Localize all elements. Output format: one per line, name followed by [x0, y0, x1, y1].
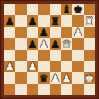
- square-a1[interactable]: [4, 84, 15, 95]
- white-rook: ♜: [85, 15, 94, 25]
- square-h6[interactable]: [84, 27, 95, 38]
- square-e2[interactable]: ♟: [50, 72, 61, 83]
- square-e4[interactable]: [50, 50, 61, 61]
- square-b8[interactable]: [15, 4, 26, 15]
- square-d5[interactable]: ♟: [38, 38, 49, 49]
- square-g7[interactable]: [72, 15, 83, 26]
- square-c2[interactable]: [27, 72, 38, 83]
- square-g2[interactable]: [72, 72, 83, 83]
- square-b3[interactable]: [15, 61, 26, 72]
- square-b7[interactable]: [15, 15, 26, 26]
- square-h1[interactable]: [84, 84, 95, 95]
- square-e1[interactable]: [50, 84, 61, 95]
- square-b1[interactable]: [15, 84, 26, 95]
- black-bishop: ♝: [62, 4, 71, 14]
- square-h8[interactable]: [84, 4, 95, 15]
- square-a5[interactable]: [4, 38, 15, 49]
- square-e3[interactable]: [50, 61, 61, 72]
- chess-board: ♝♚♟♟♜♜♟♟♟♟♟♛♟♟♛♟♟♚: [4, 4, 95, 95]
- square-g6[interactable]: ♟: [72, 27, 83, 38]
- square-f6[interactable]: [61, 27, 72, 38]
- white-pawn: ♟: [62, 72, 71, 82]
- square-d1[interactable]: [38, 84, 49, 95]
- square-f7[interactable]: [61, 15, 72, 26]
- square-g8[interactable]: ♚: [72, 4, 83, 15]
- square-a7[interactable]: ♟: [4, 15, 15, 26]
- black-pawn: ♟: [39, 27, 48, 37]
- square-h5[interactable]: [84, 38, 95, 49]
- square-c4[interactable]: [27, 50, 38, 61]
- white-king: ♚: [85, 72, 94, 82]
- square-h3[interactable]: [84, 61, 95, 72]
- square-c8[interactable]: [27, 4, 38, 15]
- square-b6[interactable]: [15, 27, 26, 38]
- square-h2[interactable]: ♚: [84, 72, 95, 83]
- square-c7[interactable]: ♟: [27, 15, 38, 26]
- square-e6[interactable]: [50, 27, 61, 38]
- square-e8[interactable]: [50, 4, 61, 15]
- square-g1[interactable]: [72, 84, 83, 95]
- square-a2[interactable]: [4, 72, 15, 83]
- black-pawn: ♟: [28, 38, 37, 48]
- square-c1[interactable]: [27, 84, 38, 95]
- white-pawn: ♟: [73, 27, 82, 37]
- black-queen: ♛: [39, 72, 48, 82]
- square-d6[interactable]: ♟: [38, 27, 49, 38]
- square-g3[interactable]: [72, 61, 83, 72]
- square-f2[interactable]: ♟: [61, 72, 72, 83]
- square-d4[interactable]: [38, 50, 49, 61]
- square-d2[interactable]: ♛: [38, 72, 49, 83]
- white-pawn: ♟: [39, 38, 48, 48]
- square-c5[interactable]: ♟: [27, 38, 38, 49]
- square-f1[interactable]: [61, 84, 72, 95]
- square-b4[interactable]: [15, 50, 26, 61]
- square-f5[interactable]: ♛: [61, 38, 72, 49]
- square-f8[interactable]: ♝: [61, 4, 72, 15]
- square-h7[interactable]: ♜: [84, 15, 95, 26]
- square-d7[interactable]: [38, 15, 49, 26]
- square-d3[interactable]: [38, 61, 49, 72]
- white-pawn: ♟: [28, 61, 37, 71]
- white-queen: ♛: [62, 38, 71, 48]
- chess-diagram: ♝♚♟♟♜♜♟♟♟♟♟♛♟♟♛♟♟♚: [0, 0, 99, 99]
- square-b2[interactable]: [15, 72, 26, 83]
- square-e7[interactable]: ♜: [50, 15, 61, 26]
- square-a4[interactable]: [4, 50, 15, 61]
- square-d8[interactable]: [38, 4, 49, 15]
- square-a8[interactable]: [4, 4, 15, 15]
- square-g5[interactable]: [72, 38, 83, 49]
- square-g4[interactable]: [72, 50, 83, 61]
- square-f3[interactable]: [61, 61, 72, 72]
- square-f4[interactable]: [61, 50, 72, 61]
- black-pawn: ♟: [50, 38, 59, 48]
- square-b5[interactable]: [15, 38, 26, 49]
- square-a6[interactable]: [4, 27, 15, 38]
- square-e5[interactable]: ♟: [50, 38, 61, 49]
- black-pawn: ♟: [28, 15, 37, 25]
- black-king: ♚: [73, 4, 82, 14]
- square-a3[interactable]: ♟: [4, 61, 15, 72]
- white-pawn: ♟: [50, 72, 59, 82]
- square-c6[interactable]: [27, 27, 38, 38]
- black-rook: ♜: [50, 15, 59, 25]
- square-c3[interactable]: ♟: [27, 61, 38, 72]
- square-h4[interactable]: [84, 50, 95, 61]
- black-pawn: ♟: [5, 15, 14, 25]
- white-pawn: ♟: [5, 61, 14, 71]
